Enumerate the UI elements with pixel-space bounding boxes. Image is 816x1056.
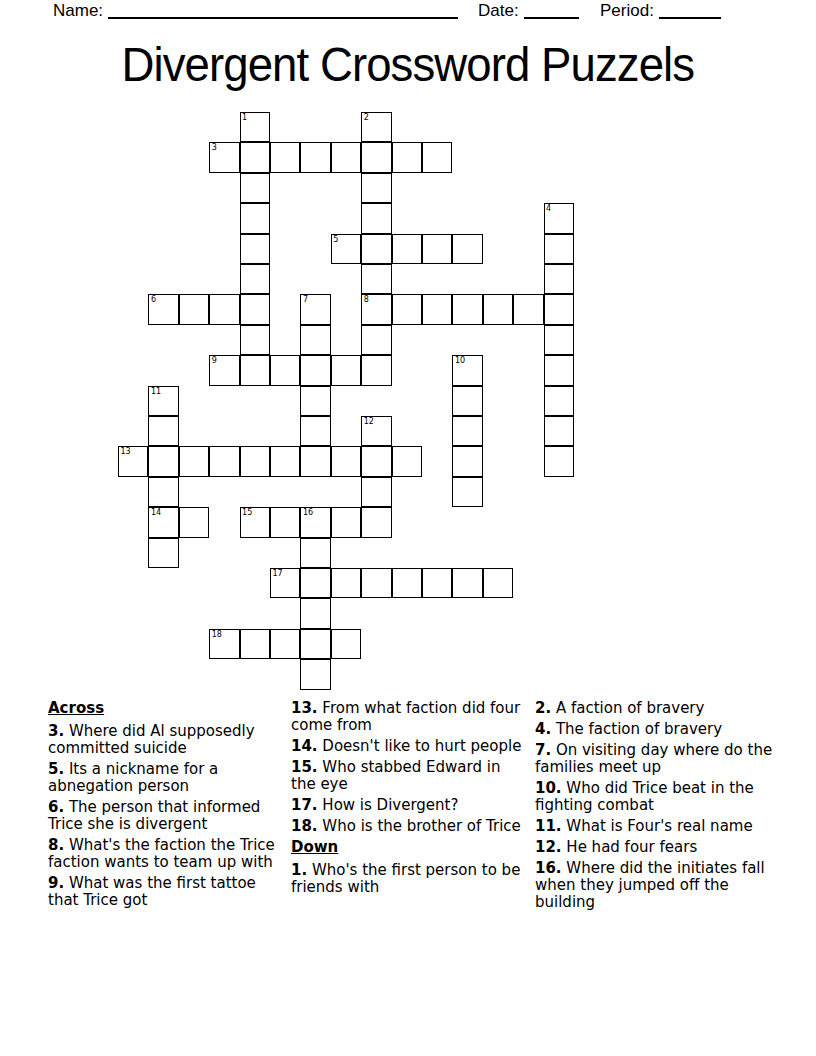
grid-cell[interactable] (148, 477, 178, 507)
grid-cell[interactable] (544, 416, 574, 446)
grid-cell[interactable] (300, 355, 330, 385)
grid-cell[interactable]: 18 (209, 629, 239, 659)
grid-cell[interactable] (422, 294, 452, 324)
clue-item-1: 1. Who's the first person to be friends … (291, 862, 526, 896)
grid-cell[interactable] (544, 355, 574, 385)
grid-cell[interactable] (300, 142, 330, 172)
grid-cell[interactable] (331, 446, 361, 476)
cell-number: 17 (273, 569, 283, 578)
grid-cell[interactable] (270, 355, 300, 385)
grid-cell[interactable] (179, 446, 209, 476)
grid-cell[interactable] (392, 294, 422, 324)
clues-section: Across3. Where did Al supposedly committ… (48, 700, 792, 915)
grid-cell[interactable] (483, 294, 513, 324)
grid-cell[interactable] (209, 446, 239, 476)
grid-cell[interactable] (300, 386, 330, 416)
date-field: Date: (478, 1, 579, 21)
clue-item-14: 14. Doesn't like to hurt people (291, 738, 526, 755)
grid-cell[interactable] (392, 142, 422, 172)
grid-cell[interactable]: 4 (544, 203, 574, 233)
clue-item-7: 7. On visiting day where do the families… (535, 742, 792, 776)
cell-number: 9 (212, 356, 217, 365)
grid-cell[interactable] (544, 325, 574, 355)
grid-cell[interactable] (361, 264, 391, 294)
clue-number: 11. (535, 817, 562, 835)
grid-cell[interactable] (300, 659, 330, 689)
grid-cell[interactable]: 12 (361, 416, 391, 446)
clue-number: 13. (291, 699, 318, 717)
clues-column-3: 2. A faction of bravery4. The faction of… (535, 700, 792, 915)
grid-cell[interactable]: 13 (118, 446, 148, 476)
grid-cell[interactable] (240, 446, 270, 476)
grid-cell[interactable]: 6 (148, 294, 178, 324)
date-label: Date: (478, 1, 519, 20)
clue-item-18: 18. Who is the brother of Trice (291, 818, 526, 835)
grid-cell[interactable] (300, 538, 330, 568)
grid-cell[interactable] (270, 142, 300, 172)
grid-cell[interactable] (452, 568, 482, 598)
grid-cell[interactable]: 16 (300, 507, 330, 537)
cell-number: 8 (364, 295, 369, 304)
period-label: Period: (600, 1, 654, 20)
grid-cell[interactable]: 14 (148, 507, 178, 537)
name-label: Name: (53, 1, 103, 20)
cell-number: 15 (242, 508, 252, 517)
grid-cell[interactable] (270, 446, 300, 476)
grid-cell[interactable]: 9 (209, 355, 239, 385)
clue-item-10: 10. Who did Trice beat in the fighting c… (535, 780, 792, 814)
grid-cell[interactable] (422, 568, 452, 598)
cell-number: 10 (455, 356, 465, 365)
cell-number: 11 (151, 387, 161, 396)
grid-cell[interactable] (392, 234, 422, 264)
grid-cell[interactable] (331, 507, 361, 537)
clue-item-15: 15. Who stabbed Edward in the eye (291, 759, 526, 793)
grid-cell[interactable] (240, 142, 270, 172)
grid-cell[interactable] (240, 173, 270, 203)
grid-cell[interactable]: 11 (148, 386, 178, 416)
grid-cell[interactable] (331, 568, 361, 598)
clues-column-1: Across3. Where did Al supposedly committ… (48, 700, 282, 915)
clue-number: 9. (48, 874, 64, 892)
grid-cell[interactable] (452, 294, 482, 324)
grid-cell[interactable] (240, 203, 270, 233)
grid-cell[interactable] (361, 507, 391, 537)
clue-number: 5. (48, 760, 64, 778)
grid-cell[interactable] (179, 507, 209, 537)
cell-number: 2 (364, 113, 369, 122)
clue-number: 18. (291, 817, 318, 835)
grid-cell[interactable] (240, 264, 270, 294)
grid-cell[interactable] (300, 598, 330, 628)
clue-item-3: 3. Where did Al supposedly committed sui… (48, 723, 282, 757)
grid-cell[interactable] (452, 446, 482, 476)
clue-item-13: 13. From what faction did four come from (291, 700, 526, 734)
clue-number: 12. (535, 838, 562, 856)
grid-cell[interactable] (148, 446, 178, 476)
grid-cell[interactable]: 5 (331, 234, 361, 264)
grid-cell[interactable] (331, 355, 361, 385)
grid-cell[interactable] (361, 234, 391, 264)
down-heading: Down (291, 839, 526, 856)
clue-number: 6. (48, 798, 64, 816)
grid-cell[interactable]: 15 (240, 507, 270, 537)
cell-number: 3 (212, 143, 217, 152)
cell-number: 4 (546, 204, 551, 213)
page-title-text: Divergent Crossword Puzzels (122, 38, 695, 90)
clue-number: 3. (48, 722, 64, 740)
clue-number: 16. (535, 859, 562, 877)
grid-cell[interactable] (544, 264, 574, 294)
cell-number: 16 (303, 508, 313, 517)
grid-cell[interactable] (483, 568, 513, 598)
clue-item-17: 17. How is Divergent? (291, 797, 526, 814)
grid-cell[interactable] (300, 568, 330, 598)
grid-cell[interactable] (331, 142, 361, 172)
grid-cell[interactable] (361, 325, 391, 355)
grid-cell[interactable] (300, 446, 330, 476)
period-blank-line[interactable] (659, 1, 721, 19)
clue-item-5: 5. Its a nickname for a abnegation perso… (48, 761, 282, 795)
grid-cell[interactable] (240, 234, 270, 264)
clue-number: 2. (535, 699, 551, 717)
grid-cell[interactable] (300, 629, 330, 659)
grid-cell[interactable]: 8 (361, 294, 391, 324)
grid-cell[interactable] (361, 142, 391, 172)
clue-item-11: 11. What is Four's real name (535, 818, 792, 835)
grid-cell[interactable] (422, 142, 452, 172)
grid-cell[interactable] (452, 234, 482, 264)
grid-cell[interactable] (544, 294, 574, 324)
grid-cell[interactable] (270, 507, 300, 537)
grid-cell[interactable] (148, 416, 178, 446)
grid-cell[interactable]: 1 (240, 112, 270, 142)
grid-cell[interactable] (300, 325, 330, 355)
grid-cell[interactable] (300, 416, 330, 446)
cell-number: 7 (303, 295, 308, 304)
clue-item-12: 12. He had four fears (535, 839, 792, 856)
grid-cell[interactable]: 17 (270, 568, 300, 598)
name-field: Name: (53, 1, 458, 21)
grid-cell[interactable] (422, 234, 452, 264)
cell-number: 18 (212, 630, 222, 639)
clue-number: 7. (535, 741, 551, 759)
clue-number: 17. (291, 796, 318, 814)
cell-number: 5 (333, 235, 338, 244)
cell-number: 6 (151, 295, 156, 304)
grid-cell[interactable] (240, 294, 270, 324)
grid-cell[interactable] (240, 629, 270, 659)
clue-item-8: 8. What's the faction the Trice faction … (48, 837, 282, 871)
grid-cell[interactable] (361, 446, 391, 476)
period-field: Period: (600, 1, 721, 21)
cell-number: 1 (242, 113, 247, 122)
clue-item-2: 2. A faction of bravery (535, 700, 792, 717)
date-blank-line[interactable] (524, 1, 579, 19)
cell-number: 14 (151, 508, 161, 517)
grid-cell[interactable] (240, 325, 270, 355)
grid-cell[interactable] (361, 477, 391, 507)
grid-cell[interactable] (452, 477, 482, 507)
page-title: Divergent Crossword Puzzels (0, 38, 816, 90)
clue-number: 14. (291, 737, 318, 755)
grid-cell[interactable]: 7 (300, 294, 330, 324)
grid-cell[interactable] (544, 234, 574, 264)
clue-number: 15. (291, 758, 318, 776)
grid-cell[interactable] (240, 355, 270, 385)
cell-number: 12 (364, 417, 374, 426)
clue-number: 1. (291, 861, 307, 879)
grid-cell[interactable]: 3 (209, 142, 239, 172)
cell-number: 13 (121, 447, 131, 456)
grid-cell[interactable] (452, 416, 482, 446)
clue-item-9: 9. What was the first tattoe that Trice … (48, 875, 282, 909)
clue-item-4: 4. The faction of bravery (535, 721, 792, 738)
grid-cell[interactable] (209, 294, 239, 324)
grid-cell[interactable] (361, 203, 391, 233)
clue-number: 8. (48, 836, 64, 854)
grid-cell[interactable]: 2 (361, 112, 391, 142)
grid-cell[interactable] (361, 355, 391, 385)
worksheet-page: Name: Date: Period: Divergent Crossword … (0, 0, 816, 1056)
grid-cell[interactable] (544, 386, 574, 416)
across-heading: Across (48, 700, 282, 717)
grid-cell[interactable]: 10 (452, 355, 482, 385)
crossword-grid: 123456789101112131415161718 (118, 112, 575, 691)
grid-cell[interactable] (452, 386, 482, 416)
grid-cell[interactable] (361, 173, 391, 203)
grid-cell[interactable] (361, 568, 391, 598)
clue-item-6: 6. The person that informed Trice she is… (48, 799, 282, 833)
clue-item-16: 16. Where did the initiates fall when th… (535, 860, 792, 911)
grid-cell[interactable] (179, 294, 209, 324)
clues-column-2: 13. From what faction did four come from… (291, 700, 526, 915)
grid-cell[interactable] (544, 446, 574, 476)
clue-number: 4. (535, 720, 551, 738)
grid-cell[interactable] (513, 294, 543, 324)
grid-cell[interactable] (270, 629, 300, 659)
grid-cell[interactable] (392, 446, 422, 476)
grid-cell[interactable] (148, 538, 178, 568)
grid-cell[interactable] (331, 629, 361, 659)
grid-cell[interactable] (392, 568, 422, 598)
name-blank-line[interactable] (108, 1, 458, 19)
clue-number: 10. (535, 779, 562, 797)
